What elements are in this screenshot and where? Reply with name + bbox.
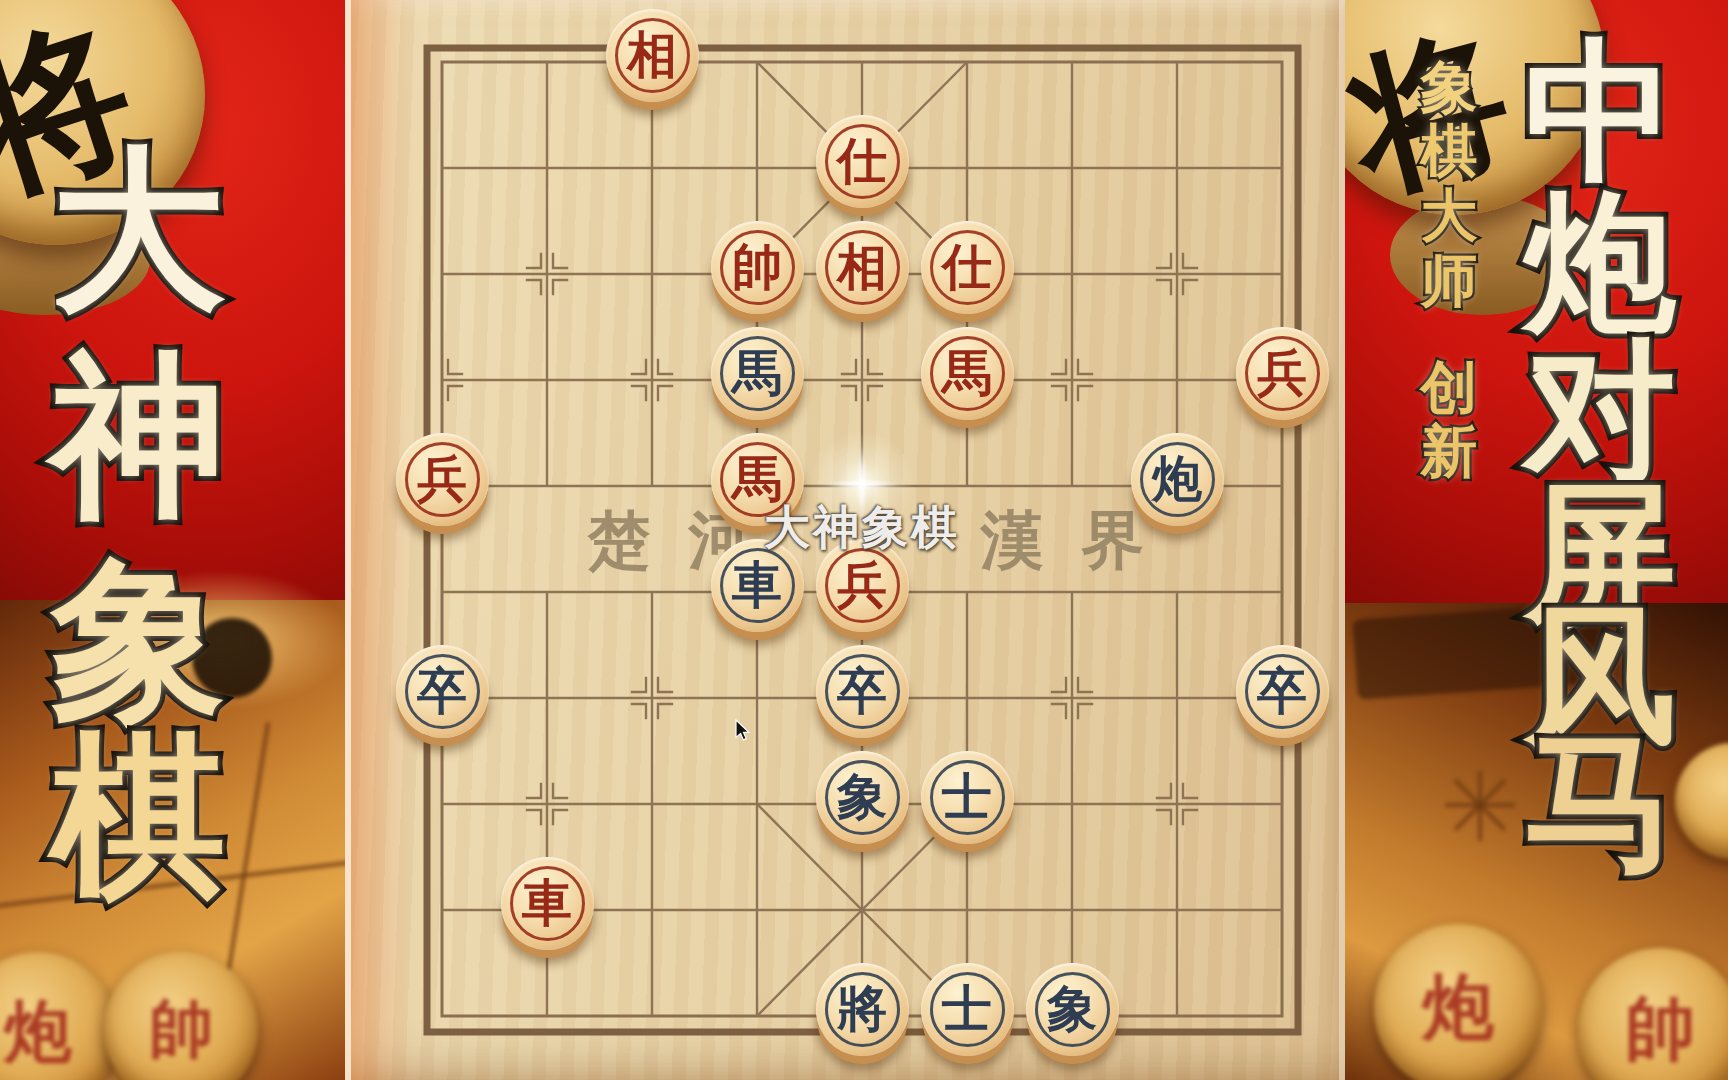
banner-title-char: 马 — [1505, 726, 1695, 878]
piece-black-horse[interactable]: 馬 — [711, 327, 804, 420]
banner-subtitle-char: 师 — [1414, 251, 1484, 308]
piece-red-horse[interactable]: 馬 — [921, 327, 1014, 420]
banner-title-char: 神 — [20, 347, 256, 522]
piece-black-elephant[interactable]: 象 — [1026, 963, 1119, 1056]
piece-glyph: 仕 — [816, 115, 909, 208]
piece-glyph: 炮 — [1131, 433, 1224, 526]
piece-black-cannon[interactable]: 炮 — [1131, 433, 1224, 526]
banner-title-char: 中 — [1505, 35, 1695, 187]
app-window: 炮 帥 将 大神象棋 楚河 漢界 相仕帥相仕馬馬兵兵馬炮車兵卒卒卒象士車將士象 … — [0, 0, 1728, 1080]
piece-black-advisor[interactable]: 士 — [921, 963, 1014, 1056]
piece-glyph: 卒 — [1236, 645, 1329, 738]
piece-glyph: 兵 — [1236, 327, 1329, 420]
photo-piece-general: 帥 — [1578, 948, 1728, 1080]
banner-subtitle-char: 棋 — [1414, 121, 1484, 178]
piece-glyph: 士 — [921, 751, 1014, 844]
photo-piece-cannon: 炮 — [1374, 924, 1542, 1080]
piece-glyph: 車 — [501, 857, 594, 950]
piece-glyph: 象 — [1026, 963, 1119, 1056]
piece-red-pawn[interactable]: 兵 — [396, 433, 489, 526]
piece-black-pawn[interactable]: 卒 — [1236, 645, 1329, 738]
photo-piece-general: 帥 — [104, 952, 258, 1080]
banner-title-char: 大 — [20, 142, 256, 317]
banner-subtitle-char: 新 — [1414, 422, 1484, 479]
piece-glyph: 帥 — [711, 221, 804, 314]
photo-piece-cannon: 炮 — [0, 952, 118, 1080]
piece-red-elephant[interactable]: 相 — [816, 221, 909, 314]
piece-red-general[interactable]: 帥 — [711, 221, 804, 314]
piece-glyph: 馬 — [921, 327, 1014, 420]
banner-title-char: 炮 — [1505, 186, 1695, 338]
piece-glyph: 卒 — [816, 645, 909, 738]
photo-piece-glyph: 帥 — [149, 986, 213, 1073]
right-banner: 炮 帥 将 象棋大师创新 中炮对屏风马 — [1345, 0, 1728, 1080]
banner-subtitle-char: 大 — [1414, 186, 1484, 243]
piece-glyph: 將 — [816, 963, 909, 1056]
piece-black-general[interactable]: 將 — [816, 963, 909, 1056]
watermark: 大神象棋 — [764, 497, 960, 559]
piece-glyph: 馬 — [711, 327, 804, 420]
piece-black-elephant[interactable]: 象 — [816, 751, 909, 844]
piece-glyph: 仕 — [921, 221, 1014, 314]
banner-subtitle-char: 创 — [1414, 358, 1484, 415]
piece-glyph: 卒 — [396, 645, 489, 738]
piece-black-advisor[interactable]: 士 — [921, 751, 1014, 844]
piece-glyph: 兵 — [396, 433, 489, 526]
banner-subtitle-char: 象 — [1414, 58, 1484, 115]
piece-glyph: 象 — [816, 751, 909, 844]
photo-piece-glyph: 帥 — [1625, 983, 1695, 1077]
piece-black-pawn[interactable]: 卒 — [816, 645, 909, 738]
piece-red-elephant[interactable]: 相 — [606, 9, 699, 102]
piece-red-advisor[interactable]: 仕 — [921, 221, 1014, 314]
piece-red-advisor[interactable]: 仕 — [816, 115, 909, 208]
piece-red-pawn[interactable]: 兵 — [1236, 327, 1329, 420]
board-area: 楚河 漢界 相仕帥相仕馬馬兵兵馬炮車兵卒卒卒象士車將士象 大神象棋 — [345, 0, 1345, 1080]
left-banner: 炮 帥 将 大神象棋 — [0, 0, 345, 1080]
piece-glyph: 相 — [606, 9, 699, 102]
banner-title-char: 象 — [20, 552, 256, 727]
piece-black-pawn[interactable]: 卒 — [396, 645, 489, 738]
piece-glyph: 士 — [921, 963, 1014, 1056]
photo-piece-glyph: 炮 — [1422, 960, 1494, 1056]
banner-title-char: 棋 — [20, 727, 256, 902]
photo-piece-glyph: 炮 — [4, 987, 72, 1078]
mouse-cursor — [735, 719, 751, 743]
piece-red-chariot[interactable]: 車 — [501, 857, 594, 950]
piece-glyph: 相 — [816, 221, 909, 314]
